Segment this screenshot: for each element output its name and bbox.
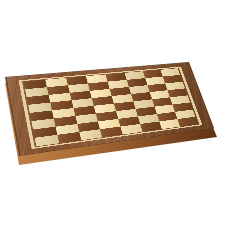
square-r7c4-light	[120, 124, 142, 134]
square-r7c5-dark	[140, 122, 162, 132]
chess-board	[5, 62, 214, 156]
square-r7c0-light	[35, 135, 59, 147]
square-r7c2-light	[79, 129, 102, 140]
product-photo-canvas	[0, 0, 225, 225]
square-r7c6-light	[159, 119, 180, 129]
square-r7c1-dark	[57, 132, 81, 143]
square-r7c3-dark	[100, 127, 123, 138]
square-r7c7-dark	[178, 117, 199, 127]
